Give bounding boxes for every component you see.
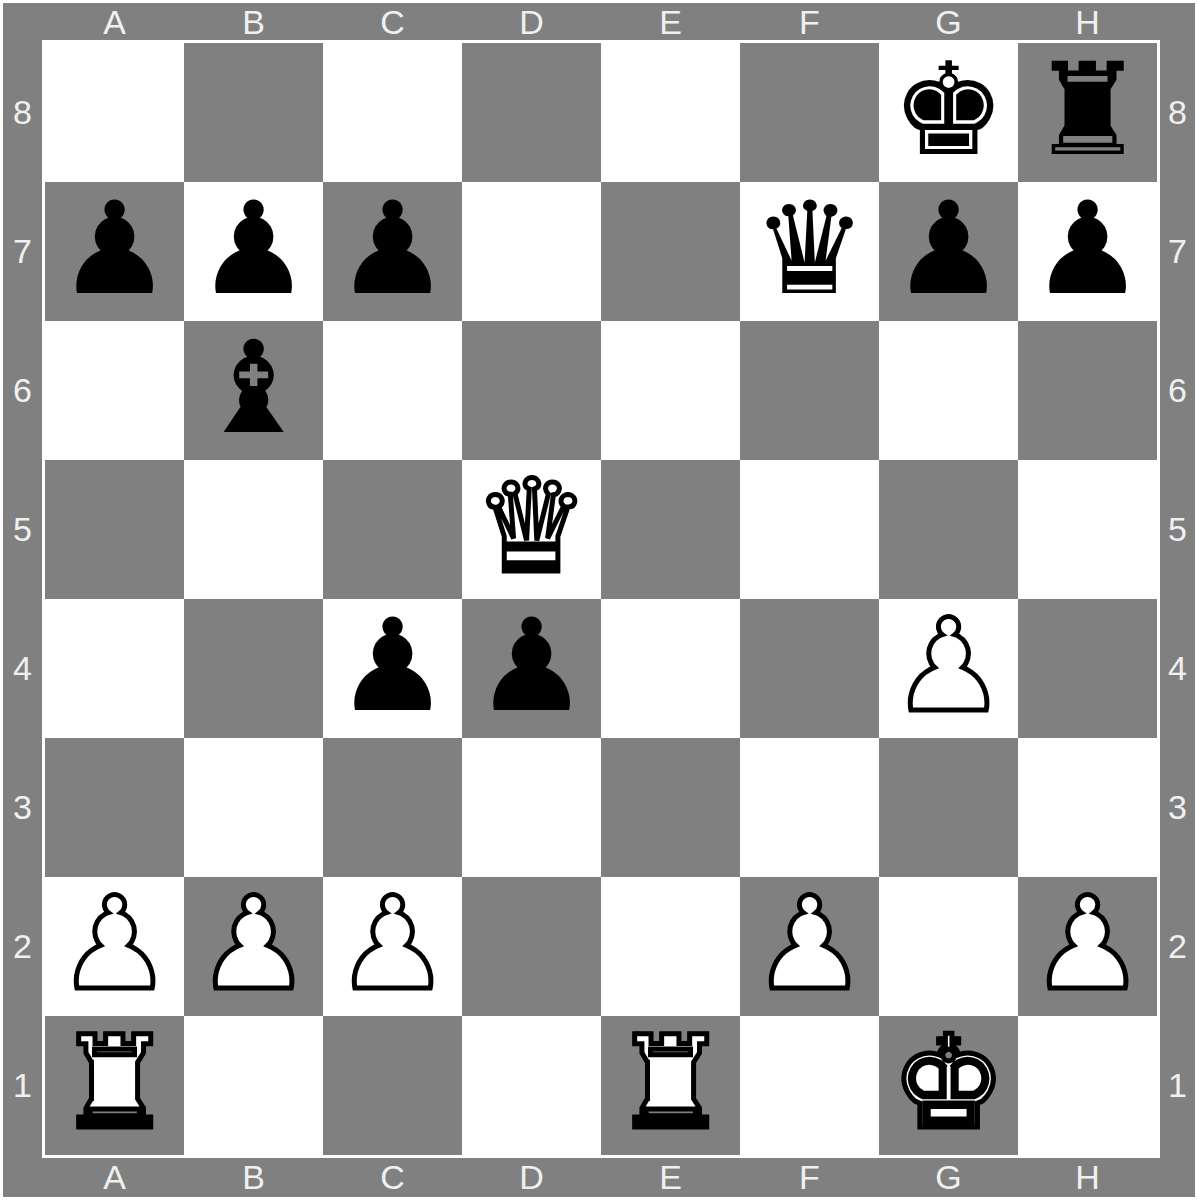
square-h5[interactable] <box>1018 460 1157 599</box>
square-d2[interactable] <box>462 877 601 1016</box>
square-e3[interactable] <box>601 738 740 877</box>
chess-board: ♚♜♟♟♟♛♟♟♝♛♟♟♟♟♟♟♟♟♜♜♚ <box>42 40 1160 1158</box>
square-g2[interactable] <box>879 877 1018 1016</box>
square-c5[interactable] <box>323 460 462 599</box>
black-king-piece[interactable]: ♚ <box>891 40 1006 179</box>
square-e6[interactable] <box>601 321 740 460</box>
white-queen-piece[interactable]: ♛ <box>474 457 589 596</box>
white-pawn-piece[interactable]: ♟ <box>57 874 172 1013</box>
square-d8[interactable] <box>462 43 601 182</box>
square-h3[interactable] <box>1018 738 1157 877</box>
square-f7[interactable]: ♛ <box>740 182 879 321</box>
square-g4[interactable]: ♟ <box>879 599 1018 738</box>
square-e1[interactable]: ♜ <box>601 1016 740 1155</box>
square-g5[interactable] <box>879 460 1018 599</box>
square-e7[interactable] <box>601 182 740 321</box>
square-c7[interactable]: ♟ <box>323 182 462 321</box>
white-pawn-piece[interactable]: ♟ <box>196 874 311 1013</box>
square-f6[interactable] <box>740 321 879 460</box>
square-h4[interactable] <box>1018 599 1157 738</box>
square-h8[interactable]: ♜ <box>1018 43 1157 182</box>
square-c8[interactable] <box>323 43 462 182</box>
square-a7[interactable]: ♟ <box>45 182 184 321</box>
square-e8[interactable] <box>601 43 740 182</box>
square-g8[interactable]: ♚ <box>879 43 1018 182</box>
black-pawn-piece[interactable]: ♟ <box>335 596 450 735</box>
square-b7[interactable]: ♟ <box>184 182 323 321</box>
black-rook-piece[interactable]: ♜ <box>1030 40 1145 179</box>
black-pawn-piece[interactable]: ♟ <box>335 179 450 318</box>
square-h2[interactable]: ♟ <box>1018 877 1157 1016</box>
square-g6[interactable] <box>879 321 1018 460</box>
square-e4[interactable] <box>601 599 740 738</box>
square-c6[interactable] <box>323 321 462 460</box>
white-king-piece[interactable]: ♚ <box>891 1013 1006 1152</box>
white-pawn-piece[interactable]: ♟ <box>891 596 1006 735</box>
square-f1[interactable] <box>740 1016 879 1155</box>
square-f5[interactable] <box>740 460 879 599</box>
square-f4[interactable] <box>740 599 879 738</box>
black-pawn-piece[interactable]: ♟ <box>196 179 311 318</box>
black-pawn-piece[interactable]: ♟ <box>474 596 589 735</box>
black-pawn-piece[interactable]: ♟ <box>891 179 1006 318</box>
black-pawn-piece[interactable]: ♟ <box>57 179 172 318</box>
square-f3[interactable] <box>740 738 879 877</box>
white-pawn-piece[interactable]: ♟ <box>1030 874 1145 1013</box>
square-d1[interactable] <box>462 1016 601 1155</box>
square-c3[interactable] <box>323 738 462 877</box>
square-d3[interactable] <box>462 738 601 877</box>
square-g3[interactable] <box>879 738 1018 877</box>
square-f2[interactable]: ♟ <box>740 877 879 1016</box>
black-queen-piece[interactable]: ♛ <box>752 179 867 318</box>
square-a5[interactable] <box>45 460 184 599</box>
square-c1[interactable] <box>323 1016 462 1155</box>
white-pawn-piece[interactable]: ♟ <box>752 874 867 1013</box>
square-e2[interactable] <box>601 877 740 1016</box>
square-h6[interactable] <box>1018 321 1157 460</box>
square-a3[interactable] <box>45 738 184 877</box>
square-c4[interactable]: ♟ <box>323 599 462 738</box>
chess-diagram: ABCDEFGH ABCDEFGH 87654321 87654321 ♚♜♟♟… <box>0 0 1198 1200</box>
square-b8[interactable] <box>184 43 323 182</box>
white-rook-piece[interactable]: ♜ <box>57 1013 172 1152</box>
square-d5[interactable]: ♛ <box>462 460 601 599</box>
black-bishop-piece[interactable]: ♝ <box>196 318 311 457</box>
white-pawn-piece[interactable]: ♟ <box>335 874 450 1013</box>
square-b2[interactable]: ♟ <box>184 877 323 1016</box>
square-d6[interactable] <box>462 321 601 460</box>
square-d4[interactable]: ♟ <box>462 599 601 738</box>
square-a1[interactable]: ♜ <box>45 1016 184 1155</box>
square-h7[interactable]: ♟ <box>1018 182 1157 321</box>
square-b3[interactable] <box>184 738 323 877</box>
square-a2[interactable]: ♟ <box>45 877 184 1016</box>
square-d7[interactable] <box>462 182 601 321</box>
square-b6[interactable]: ♝ <box>184 321 323 460</box>
white-rook-piece[interactable]: ♜ <box>613 1013 728 1152</box>
square-e5[interactable] <box>601 460 740 599</box>
square-c2[interactable]: ♟ <box>323 877 462 1016</box>
square-b1[interactable] <box>184 1016 323 1155</box>
black-pawn-piece[interactable]: ♟ <box>1030 179 1145 318</box>
square-f8[interactable] <box>740 43 879 182</box>
square-a6[interactable] <box>45 321 184 460</box>
square-a4[interactable] <box>45 599 184 738</box>
square-h1[interactable] <box>1018 1016 1157 1155</box>
square-g7[interactable]: ♟ <box>879 182 1018 321</box>
square-b5[interactable] <box>184 460 323 599</box>
square-b4[interactable] <box>184 599 323 738</box>
square-g1[interactable]: ♚ <box>879 1016 1018 1155</box>
square-a8[interactable] <box>45 43 184 182</box>
